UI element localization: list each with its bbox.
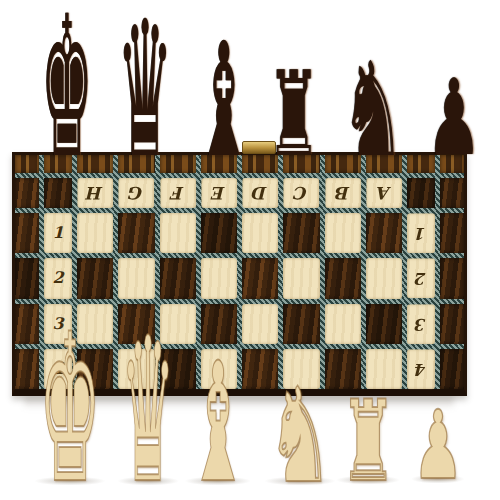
square-a1: [366, 213, 402, 253]
square-g2: [118, 258, 154, 298]
square-d1: [242, 213, 278, 253]
dark-pawn: ♟: [426, 66, 482, 171]
border-cell: [15, 178, 39, 208]
file-label-c: C: [283, 178, 319, 208]
border-cell: [15, 304, 39, 344]
light-rook: ♜: [340, 385, 396, 497]
square-g1: [118, 213, 154, 253]
dark-rook: ♜: [267, 56, 321, 172]
dark-bishop: ♝: [194, 21, 253, 179]
light-queen: ♛: [121, 311, 175, 500]
border-cell: [15, 213, 39, 253]
border-cell: [440, 213, 464, 253]
chess-set-product-photo: HGFEDCBA11223344 ♚♛♝♜♞♟ ♚♛♝♞♜♟: [0, 0, 500, 500]
rank-label-2-right: 2: [407, 258, 435, 298]
square-a2: [366, 258, 402, 298]
border-cell: [440, 304, 464, 344]
border-cell: [440, 178, 464, 208]
square-d2: [242, 258, 278, 298]
square-b2: [325, 258, 361, 298]
square-e1: [201, 213, 237, 253]
square-c2: [283, 258, 319, 298]
dark-queen: ♛: [117, 0, 173, 184]
square-b1: [325, 213, 361, 253]
square-c1: [283, 213, 319, 253]
light-pawn: ♟: [412, 398, 463, 493]
rank-label-3-right: 3: [407, 304, 435, 344]
rank-label-4-right: 4: [407, 349, 435, 389]
border-cell: [15, 349, 39, 389]
square-e2: [201, 258, 237, 298]
square-b3: [325, 304, 361, 344]
box-top-edge-cell: [15, 155, 39, 173]
rank-label-1-left: 1: [44, 213, 72, 253]
rank-label-1-right: 1: [407, 213, 435, 253]
square-f1: [160, 213, 196, 253]
square-c3: [283, 304, 319, 344]
light-knight: ♞: [267, 370, 333, 500]
border-cell: [440, 349, 464, 389]
dark-knight: ♞: [340, 45, 405, 175]
square-h1: [77, 213, 113, 253]
light-bishop: ♝: [187, 341, 249, 500]
dark-king: ♚: [41, 0, 93, 185]
square-f2: [160, 258, 196, 298]
light-king: ♚: [39, 307, 101, 500]
border-cell: [15, 258, 39, 298]
border-cell: [440, 258, 464, 298]
square-a3: [366, 304, 402, 344]
border-cell: [407, 178, 435, 208]
